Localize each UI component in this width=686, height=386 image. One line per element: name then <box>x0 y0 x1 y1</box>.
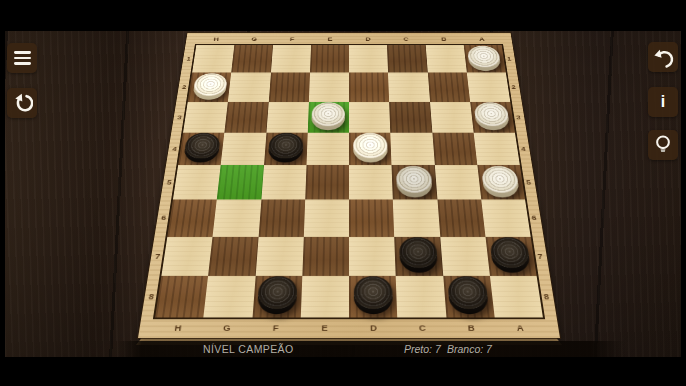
square-C2[interactable] <box>388 73 429 102</box>
square-B6[interactable] <box>437 200 485 237</box>
square-F8[interactable] <box>252 276 302 318</box>
square-F4[interactable] <box>264 133 308 166</box>
square-A7[interactable] <box>485 236 536 275</box>
square-D5[interactable] <box>349 165 393 200</box>
coord-label: C <box>387 34 426 44</box>
square-B7[interactable] <box>440 236 490 275</box>
white-piece[interactable] <box>192 73 228 100</box>
square-G5[interactable] <box>217 165 264 200</box>
restart-icon <box>12 93 33 114</box>
coord-label: H <box>152 319 203 336</box>
coord-label: E <box>300 319 349 336</box>
square-C4[interactable] <box>390 133 434 166</box>
coord-label: B <box>446 319 496 336</box>
coord-label: G <box>201 319 251 336</box>
square-A4[interactable] <box>473 133 519 166</box>
info-icon: i <box>661 94 665 110</box>
letterbox-top <box>0 0 686 31</box>
black-piece[interactable] <box>399 237 438 273</box>
info-button[interactable]: i <box>648 87 678 117</box>
square-H7[interactable] <box>161 236 212 275</box>
restart-button[interactable] <box>7 88 37 118</box>
white-piece[interactable] <box>311 102 345 130</box>
coord-label: C <box>398 319 448 336</box>
square-C7[interactable] <box>394 236 442 275</box>
square-E8[interactable] <box>301 276 349 318</box>
square-D4[interactable] <box>349 133 392 166</box>
square-B2[interactable] <box>427 73 470 102</box>
black-piece[interactable] <box>183 133 221 163</box>
app-screen: NÍVEL CAMPEÃO Preto: 7 Branco: 7 HGFEDCB… <box>0 0 686 386</box>
square-A3[interactable] <box>470 102 515 133</box>
square-E6[interactable] <box>304 200 349 237</box>
square-E5[interactable] <box>305 165 349 200</box>
square-E3[interactable] <box>308 102 349 133</box>
square-C5[interactable] <box>392 165 437 200</box>
square-H5[interactable] <box>173 165 221 200</box>
square-D6[interactable] <box>349 200 394 237</box>
square-E4[interactable] <box>306 133 349 166</box>
square-D1[interactable] <box>349 45 388 73</box>
square-A8[interactable] <box>490 276 543 318</box>
black-piece[interactable] <box>447 276 489 314</box>
coord-label: E <box>311 34 349 44</box>
board-grid <box>155 45 543 317</box>
square-H4[interactable] <box>178 133 224 166</box>
square-G6[interactable] <box>213 200 261 237</box>
black-piece[interactable] <box>268 133 304 163</box>
square-E2[interactable] <box>309 73 349 102</box>
square-G3[interactable] <box>225 102 269 133</box>
square-G2[interactable] <box>228 73 271 102</box>
square-A2[interactable] <box>467 73 511 102</box>
black-score: Preto: 7 <box>404 342 441 357</box>
coord-label: H <box>196 34 235 44</box>
square-G7[interactable] <box>208 236 258 275</box>
hamburger-icon <box>14 51 31 65</box>
lightbulb-icon <box>652 133 674 157</box>
square-H6[interactable] <box>167 200 217 237</box>
square-G8[interactable] <box>204 276 256 318</box>
white-piece[interactable] <box>481 166 520 198</box>
level-label: NÍVEL CAMPEÃO <box>203 342 294 357</box>
undo-button[interactable] <box>648 42 678 72</box>
square-B4[interactable] <box>432 133 477 166</box>
square-D7[interactable] <box>349 236 396 275</box>
coord-label: F <box>273 34 312 44</box>
square-F2[interactable] <box>268 73 309 102</box>
square-C6[interactable] <box>393 200 440 237</box>
coord-label: A <box>495 319 546 336</box>
white-piece[interactable] <box>474 102 511 130</box>
white-piece[interactable] <box>467 46 502 71</box>
column-labels-top: HGFEDCBA <box>196 34 501 44</box>
square-H1[interactable] <box>192 45 234 73</box>
square-C3[interactable] <box>389 102 432 133</box>
coord-label: F <box>251 319 301 336</box>
square-G4[interactable] <box>221 133 266 166</box>
menu-button[interactable] <box>7 43 37 73</box>
white-score: Branco: 7 <box>447 342 492 357</box>
square-B8[interactable] <box>443 276 495 318</box>
black-piece[interactable] <box>353 276 392 314</box>
square-E7[interactable] <box>302 236 349 275</box>
square-A6[interactable] <box>481 200 531 237</box>
white-piece[interactable] <box>396 166 433 198</box>
checkers-board: HGFEDCBA HGFEDCBA 12345678 12345678 <box>138 33 560 338</box>
square-H3[interactable] <box>183 102 228 133</box>
square-B5[interactable] <box>434 165 481 200</box>
square-H8[interactable] <box>155 276 208 318</box>
square-D2[interactable] <box>349 73 389 102</box>
square-C1[interactable] <box>387 45 427 73</box>
black-piece[interactable] <box>257 276 298 314</box>
square-F1[interactable] <box>271 45 311 73</box>
white-piece[interactable] <box>353 133 388 163</box>
coord-label: D <box>349 319 398 336</box>
black-piece[interactable] <box>490 237 532 273</box>
square-F7[interactable] <box>255 236 303 275</box>
square-D3[interactable] <box>349 102 390 133</box>
column-labels-bottom: HGFEDCBA <box>152 319 545 336</box>
letterbox-bottom <box>0 357 686 386</box>
square-E1[interactable] <box>310 45 349 73</box>
coord-label: D <box>349 34 387 44</box>
coord-label: B <box>424 34 463 44</box>
hint-button[interactable] <box>648 130 678 160</box>
square-F6[interactable] <box>258 200 305 237</box>
square-B3[interactable] <box>430 102 474 133</box>
square-F5[interactable] <box>261 165 306 200</box>
square-B1[interactable] <box>425 45 466 73</box>
undo-icon <box>653 47 674 68</box>
square-G1[interactable] <box>231 45 272 73</box>
square-F3[interactable] <box>266 102 309 133</box>
square-H2[interactable] <box>188 73 232 102</box>
status-bar: NÍVEL CAMPEÃO Preto: 7 Branco: 7 <box>116 341 626 358</box>
square-A1[interactable] <box>464 45 506 73</box>
square-D8[interactable] <box>349 276 397 318</box>
coord-label: A <box>462 34 501 44</box>
coord-label: G <box>235 34 274 44</box>
square-A5[interactable] <box>477 165 525 200</box>
square-C8[interactable] <box>396 276 446 318</box>
